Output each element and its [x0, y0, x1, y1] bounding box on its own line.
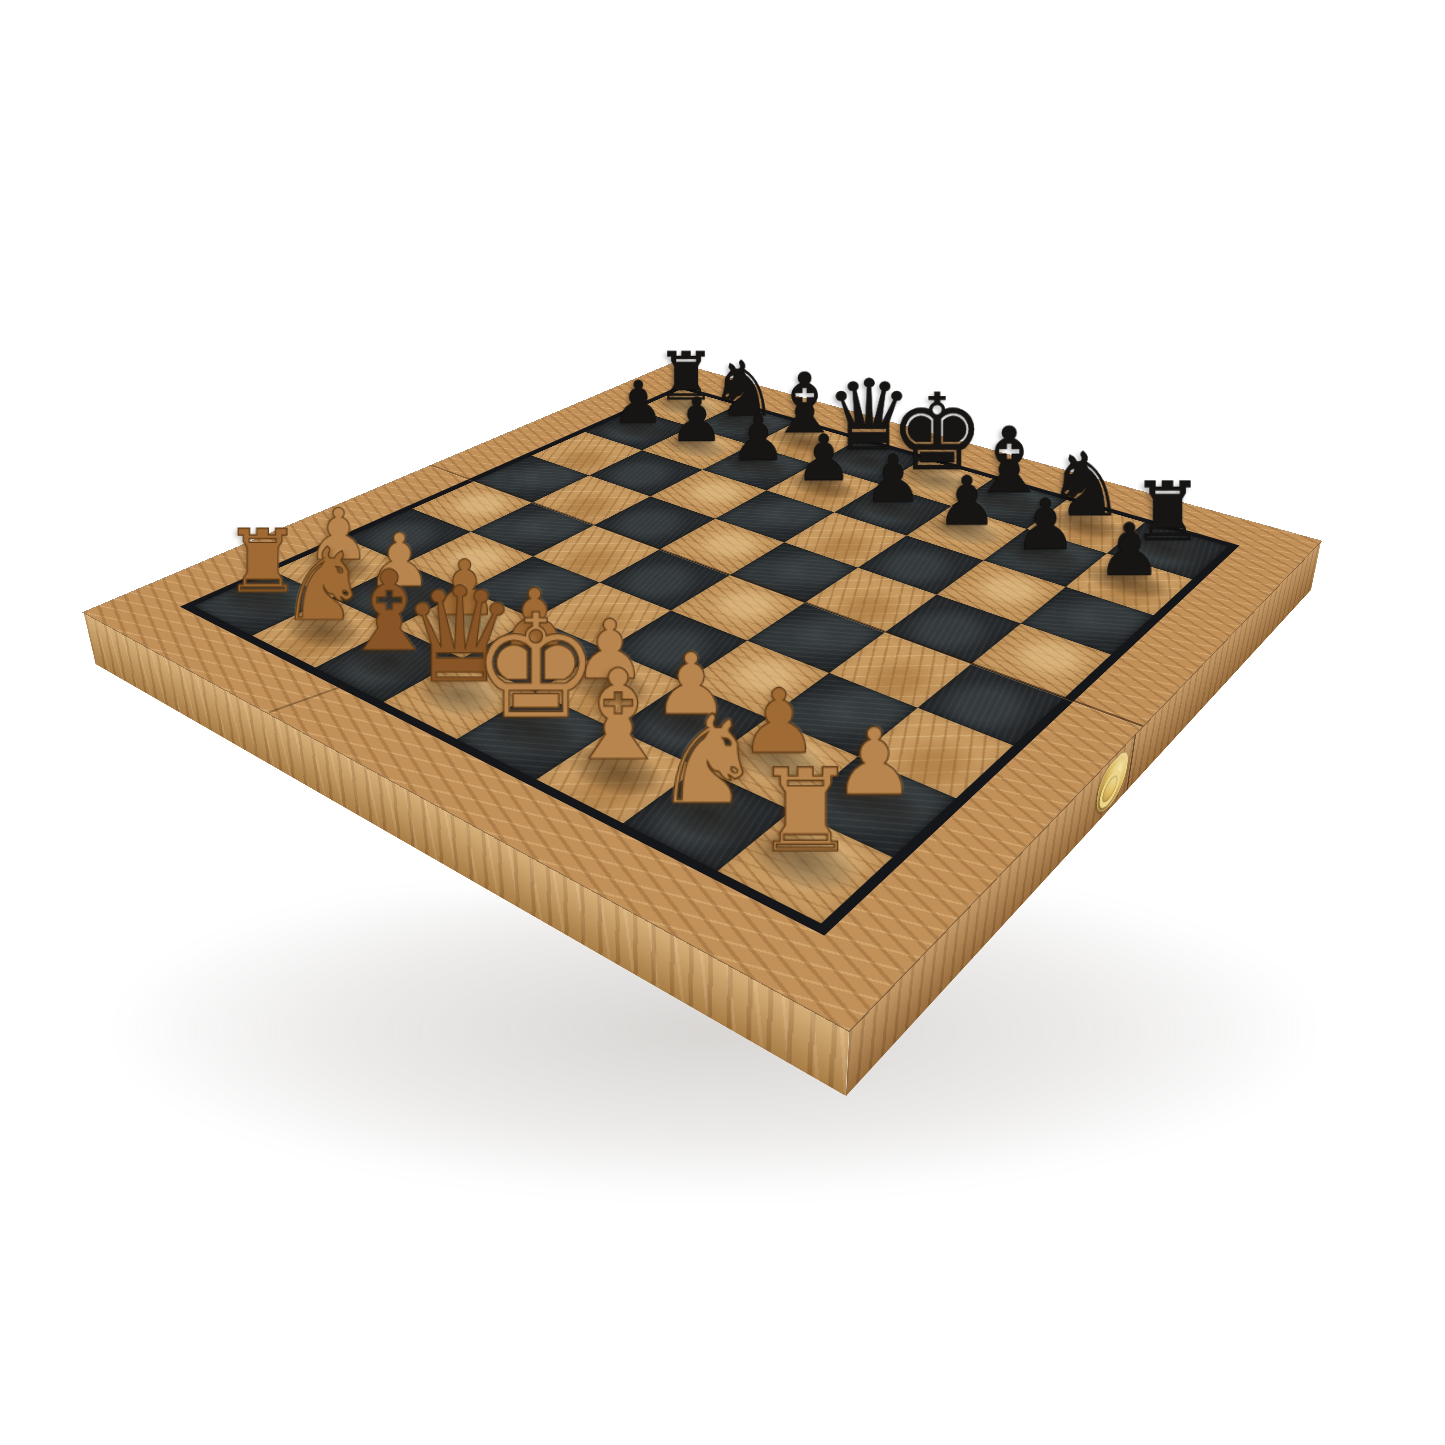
piece-stand: ♟ [1043, 409, 1215, 583]
scene: ♜♞♝♛♚♝♞♜♟♟♟♟♟♟♟♟♟♟♟♟♟♟♟♟♜♞♝♛♚♝♞♜ [0, 0, 1445, 1445]
black-pawn-icon: ♟ [1097, 516, 1162, 583]
white-rook-icon: ♜ [754, 759, 857, 864]
fold-seam-side [1126, 733, 1136, 791]
piece-stand: ♜ [690, 630, 922, 864]
